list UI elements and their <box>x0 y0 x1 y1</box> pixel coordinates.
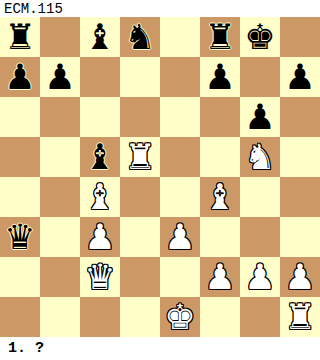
square-e7[interactable] <box>160 57 200 97</box>
black-pawn-piece: ♟ <box>4 57 35 97</box>
square-d8[interactable]: ♞ <box>120 17 160 57</box>
square-g3[interactable] <box>240 217 280 257</box>
square-c6[interactable] <box>80 97 120 137</box>
white-bishop-piece: ♝ <box>204 177 235 217</box>
square-g5[interactable]: ♞ <box>240 137 280 177</box>
black-rook-piece: ♜ <box>4 17 35 57</box>
square-b7[interactable]: ♟ <box>40 57 80 97</box>
square-f7[interactable]: ♟ <box>200 57 240 97</box>
square-g4[interactable] <box>240 177 280 217</box>
square-d6[interactable] <box>120 97 160 137</box>
square-g7[interactable] <box>240 57 280 97</box>
square-f4[interactable]: ♝ <box>200 177 240 217</box>
title-bar: ECM.115 <box>0 0 320 17</box>
square-a4[interactable] <box>0 177 40 217</box>
white-pawn-piece: ♟ <box>204 257 235 297</box>
square-f1[interactable] <box>200 297 240 337</box>
square-g2[interactable]: ♟ <box>240 257 280 297</box>
square-a2[interactable] <box>0 257 40 297</box>
square-h3[interactable] <box>280 217 320 257</box>
square-e5[interactable] <box>160 137 200 177</box>
square-e3[interactable]: ♟ <box>160 217 200 257</box>
square-h6[interactable] <box>280 97 320 137</box>
square-c7[interactable] <box>80 57 120 97</box>
square-e1[interactable]: ♚ <box>160 297 200 337</box>
move-prompt: 1. ? <box>8 341 44 356</box>
caption-bar: 1. ? <box>0 337 320 360</box>
white-knight-piece: ♞ <box>244 137 275 177</box>
square-f8[interactable]: ♜ <box>200 17 240 57</box>
white-rook-piece: ♜ <box>284 297 315 337</box>
square-h4[interactable] <box>280 177 320 217</box>
square-d2[interactable] <box>120 257 160 297</box>
square-a1[interactable] <box>0 297 40 337</box>
square-f6[interactable] <box>200 97 240 137</box>
square-f2[interactable]: ♟ <box>200 257 240 297</box>
square-c2[interactable]: ♛ <box>80 257 120 297</box>
square-h7[interactable]: ♟ <box>280 57 320 97</box>
white-rook-piece: ♜ <box>124 137 155 177</box>
window: ECM.115 ♜♝♞♜♚♟♟♟♟♟♝♜♞♝♝♛♟♟♛♟♟♟♚♜ 1. ? <box>0 0 320 360</box>
square-h2[interactable]: ♟ <box>280 257 320 297</box>
square-h5[interactable] <box>280 137 320 177</box>
black-pawn-piece: ♟ <box>44 57 75 97</box>
square-c3[interactable]: ♟ <box>80 217 120 257</box>
square-e4[interactable] <box>160 177 200 217</box>
square-c4[interactable]: ♝ <box>80 177 120 217</box>
square-e8[interactable] <box>160 17 200 57</box>
square-b6[interactable] <box>40 97 80 137</box>
white-pawn-piece: ♟ <box>164 217 195 257</box>
black-bishop-piece: ♝ <box>84 137 115 177</box>
square-a7[interactable]: ♟ <box>0 57 40 97</box>
square-b5[interactable] <box>40 137 80 177</box>
black-rook-piece: ♜ <box>204 17 235 57</box>
black-queen-piece: ♛ <box>4 217 35 257</box>
square-d4[interactable] <box>120 177 160 217</box>
black-king-piece: ♚ <box>244 17 275 57</box>
white-bishop-piece: ♝ <box>84 177 115 217</box>
chess-board: ♜♝♞♜♚♟♟♟♟♟♝♜♞♝♝♛♟♟♛♟♟♟♚♜ <box>0 17 320 337</box>
white-pawn-piece: ♟ <box>244 257 275 297</box>
square-d5[interactable]: ♜ <box>120 137 160 177</box>
square-b8[interactable] <box>40 17 80 57</box>
white-king-piece: ♚ <box>164 297 195 337</box>
square-a8[interactable]: ♜ <box>0 17 40 57</box>
square-b3[interactable] <box>40 217 80 257</box>
square-c5[interactable]: ♝ <box>80 137 120 177</box>
square-f3[interactable] <box>200 217 240 257</box>
white-pawn-piece: ♟ <box>84 217 115 257</box>
square-c1[interactable] <box>80 297 120 337</box>
square-h1[interactable]: ♜ <box>280 297 320 337</box>
square-f5[interactable] <box>200 137 240 177</box>
square-b1[interactable] <box>40 297 80 337</box>
black-knight-piece: ♞ <box>124 17 155 57</box>
square-b4[interactable] <box>40 177 80 217</box>
square-h8[interactable] <box>280 17 320 57</box>
square-a3[interactable]: ♛ <box>0 217 40 257</box>
square-e2[interactable] <box>160 257 200 297</box>
black-pawn-piece: ♟ <box>244 97 275 137</box>
square-g6[interactable]: ♟ <box>240 97 280 137</box>
square-a5[interactable] <box>0 137 40 177</box>
black-pawn-piece: ♟ <box>284 57 315 97</box>
black-bishop-piece: ♝ <box>84 17 115 57</box>
square-c8[interactable]: ♝ <box>80 17 120 57</box>
white-queen-piece: ♛ <box>84 257 115 297</box>
square-g1[interactable] <box>240 297 280 337</box>
square-b2[interactable] <box>40 257 80 297</box>
square-d7[interactable] <box>120 57 160 97</box>
square-g8[interactable]: ♚ <box>240 17 280 57</box>
square-d1[interactable] <box>120 297 160 337</box>
black-pawn-piece: ♟ <box>204 57 235 97</box>
square-a6[interactable] <box>0 97 40 137</box>
square-e6[interactable] <box>160 97 200 137</box>
page-title: ECM.115 <box>4 2 63 16</box>
white-pawn-piece: ♟ <box>284 257 315 297</box>
square-d3[interactable] <box>120 217 160 257</box>
